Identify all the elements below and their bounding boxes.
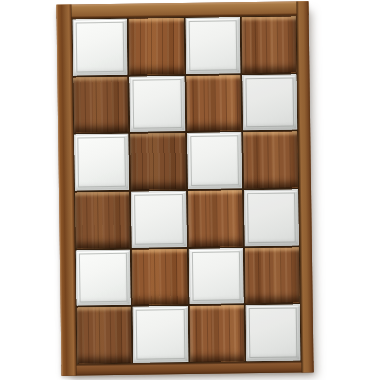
checker-grid	[72, 15, 302, 364]
cell-r5c1-mirror	[76, 249, 131, 305]
cell-r2c1-wood	[73, 76, 128, 132]
cell-r1c4-wood	[241, 16, 296, 72]
cell-r5c2-wood	[132, 249, 187, 305]
cell-r5c4-wood	[245, 247, 300, 303]
cell-r1c3-mirror	[185, 17, 240, 73]
cell-r6c1-wood	[77, 307, 132, 363]
cell-r2c4-mirror	[242, 74, 297, 130]
cell-r4c1-wood	[75, 192, 130, 248]
cell-r1c2-wood	[129, 18, 184, 74]
cell-r4c3-wood	[188, 190, 243, 246]
cell-r4c2-mirror	[131, 191, 186, 247]
cell-r2c2-mirror	[130, 76, 185, 132]
cell-r5c3-mirror	[188, 248, 243, 304]
cell-r3c2-wood	[130, 133, 185, 189]
cell-r6c3-wood	[189, 306, 244, 362]
cell-r2c3-wood	[186, 75, 241, 131]
cell-r3c3-mirror	[187, 133, 242, 189]
cell-r3c4-wood	[243, 132, 298, 188]
cell-r6c4-mirror	[245, 305, 300, 361]
checkerboard-wall-panel	[56, 1, 313, 375]
product-photo-stage	[0, 0, 380, 380]
cell-r1c1-mirror	[73, 19, 128, 75]
cell-r4c4-mirror	[244, 189, 299, 245]
cell-r6c2-mirror	[133, 306, 188, 362]
cell-r3c1-mirror	[74, 134, 129, 190]
